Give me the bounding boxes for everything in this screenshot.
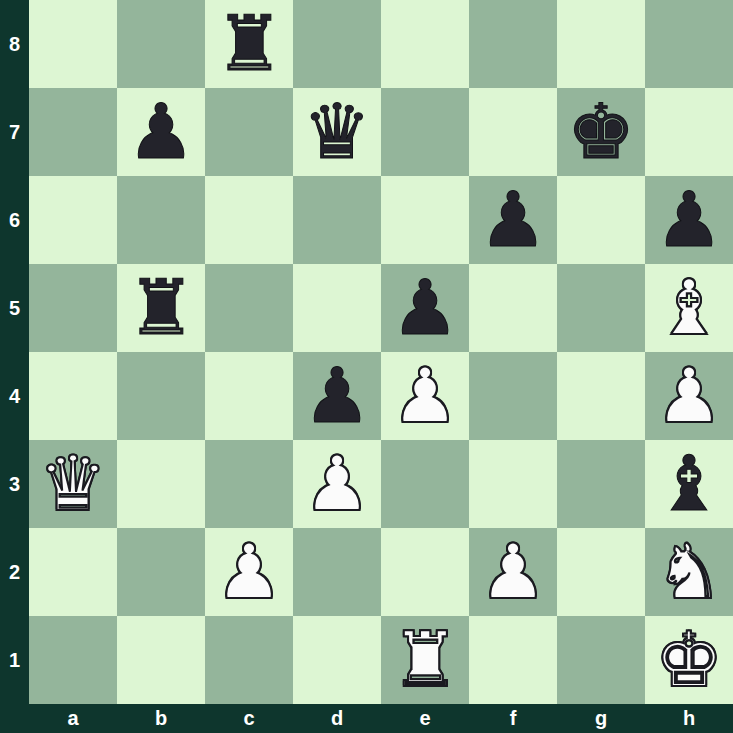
square-c4[interactable] <box>205 352 293 440</box>
rank-labels: 87654321 <box>0 0 29 704</box>
white-king-h1[interactable]: ♚ <box>655 616 723 704</box>
square-e2[interactable] <box>381 528 469 616</box>
square-b8[interactable] <box>117 0 205 88</box>
file-label-e: e <box>381 704 469 733</box>
square-b3[interactable] <box>117 440 205 528</box>
square-a5[interactable] <box>29 264 117 352</box>
square-g8[interactable] <box>557 0 645 88</box>
white-bishop-h5[interactable]: ♝ <box>655 264 723 352</box>
square-b2[interactable] <box>117 528 205 616</box>
black-rook-c8[interactable]: ♜ <box>215 0 283 88</box>
square-e8[interactable] <box>381 0 469 88</box>
square-f8[interactable] <box>469 0 557 88</box>
square-a8[interactable] <box>29 0 117 88</box>
file-label-a: a <box>29 704 117 733</box>
square-f2[interactable]: ♟ <box>469 528 557 616</box>
square-e7[interactable] <box>381 88 469 176</box>
square-b6[interactable] <box>117 176 205 264</box>
square-c1[interactable] <box>205 616 293 704</box>
rank-label-7: 7 <box>0 88 29 176</box>
square-a7[interactable] <box>29 88 117 176</box>
rank-label-5: 5 <box>0 264 29 352</box>
square-g5[interactable] <box>557 264 645 352</box>
black-pawn-d4[interactable]: ♟ <box>303 352 371 440</box>
square-h2[interactable]: ♞ <box>645 528 733 616</box>
file-label-b: b <box>117 704 205 733</box>
square-d1[interactable] <box>293 616 381 704</box>
square-c2[interactable]: ♟ <box>205 528 293 616</box>
square-h5[interactable]: ♝ <box>645 264 733 352</box>
square-e3[interactable] <box>381 440 469 528</box>
file-label-c: c <box>205 704 293 733</box>
square-d7[interactable]: ♛ <box>293 88 381 176</box>
square-d2[interactable] <box>293 528 381 616</box>
file-label-d: d <box>293 704 381 733</box>
square-d4[interactable]: ♟ <box>293 352 381 440</box>
square-g2[interactable] <box>557 528 645 616</box>
square-b5[interactable]: ♜ <box>117 264 205 352</box>
square-f1[interactable] <box>469 616 557 704</box>
square-a4[interactable] <box>29 352 117 440</box>
rank-label-2: 2 <box>0 528 29 616</box>
black-queen-d7[interactable]: ♛ <box>303 88 371 176</box>
square-h1[interactable]: ♚ <box>645 616 733 704</box>
square-c6[interactable] <box>205 176 293 264</box>
white-pawn-e4[interactable]: ♟ <box>391 352 459 440</box>
square-c3[interactable] <box>205 440 293 528</box>
square-b7[interactable]: ♟ <box>117 88 205 176</box>
square-b4[interactable] <box>117 352 205 440</box>
square-a6[interactable] <box>29 176 117 264</box>
square-c8[interactable]: ♜ <box>205 0 293 88</box>
square-h7[interactable] <box>645 88 733 176</box>
file-label-h: h <box>645 704 733 733</box>
chess-board-screenshot: 87654321 ♜♟♛♚♟♟♜♟♝♟♟♟♛♟♝♟♟♞♜♚ abcdefgh <box>0 0 733 733</box>
black-bishop-h3[interactable]: ♝ <box>655 440 723 528</box>
black-pawn-e5[interactable]: ♟ <box>391 264 459 352</box>
black-pawn-b7[interactable]: ♟ <box>127 88 195 176</box>
square-f5[interactable] <box>469 264 557 352</box>
square-h6[interactable]: ♟ <box>645 176 733 264</box>
black-pawn-f6[interactable]: ♟ <box>479 176 547 264</box>
square-e4[interactable]: ♟ <box>381 352 469 440</box>
white-rook-e1[interactable]: ♜ <box>391 616 459 704</box>
square-d8[interactable] <box>293 0 381 88</box>
square-g3[interactable] <box>557 440 645 528</box>
square-e6[interactable] <box>381 176 469 264</box>
black-pawn-h6[interactable]: ♟ <box>655 176 723 264</box>
white-queen-a3[interactable]: ♛ <box>39 440 107 528</box>
square-a3[interactable]: ♛ <box>29 440 117 528</box>
rank-label-3: 3 <box>0 440 29 528</box>
white-pawn-h4[interactable]: ♟ <box>655 352 723 440</box>
square-f7[interactable] <box>469 88 557 176</box>
black-rook-b5[interactable]: ♜ <box>127 264 195 352</box>
rank-label-6: 6 <box>0 176 29 264</box>
square-d5[interactable] <box>293 264 381 352</box>
square-g6[interactable] <box>557 176 645 264</box>
rank-label-1: 1 <box>0 616 29 704</box>
white-pawn-f2[interactable]: ♟ <box>479 528 547 616</box>
white-pawn-c2[interactable]: ♟ <box>215 528 283 616</box>
rank-label-4: 4 <box>0 352 29 440</box>
square-c5[interactable] <box>205 264 293 352</box>
file-label-f: f <box>469 704 557 733</box>
square-f3[interactable] <box>469 440 557 528</box>
square-d6[interactable] <box>293 176 381 264</box>
white-knight-h2[interactable]: ♞ <box>655 528 723 616</box>
file-label-g: g <box>557 704 645 733</box>
square-e5[interactable]: ♟ <box>381 264 469 352</box>
square-h3[interactable]: ♝ <box>645 440 733 528</box>
square-a1[interactable] <box>29 616 117 704</box>
square-e1[interactable]: ♜ <box>381 616 469 704</box>
square-f6[interactable]: ♟ <box>469 176 557 264</box>
white-pawn-d3[interactable]: ♟ <box>303 440 371 528</box>
file-labels: abcdefgh <box>29 704 733 733</box>
square-g7[interactable]: ♚ <box>557 88 645 176</box>
square-g1[interactable] <box>557 616 645 704</box>
square-g4[interactable] <box>557 352 645 440</box>
square-d3[interactable]: ♟ <box>293 440 381 528</box>
square-f4[interactable] <box>469 352 557 440</box>
square-b1[interactable] <box>117 616 205 704</box>
square-c7[interactable] <box>205 88 293 176</box>
board: ♜♟♛♚♟♟♜♟♝♟♟♟♛♟♝♟♟♞♜♚ <box>29 0 733 704</box>
square-h4[interactable]: ♟ <box>645 352 733 440</box>
black-king-g7[interactable]: ♚ <box>567 88 635 176</box>
square-h8[interactable] <box>645 0 733 88</box>
rank-label-8: 8 <box>0 0 29 88</box>
square-a2[interactable] <box>29 528 117 616</box>
